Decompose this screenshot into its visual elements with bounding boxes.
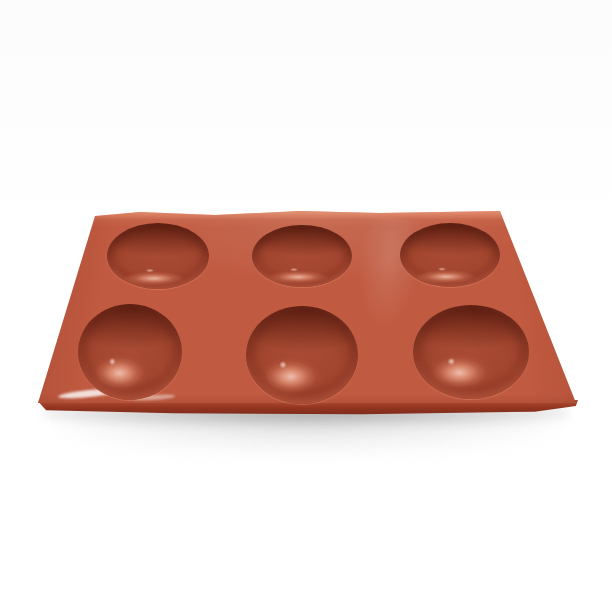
mold-cavity-r2c2: [246, 306, 358, 404]
mold-cavity-r1c3: [400, 223, 500, 287]
mold-cavity-r2c3: [413, 305, 529, 399]
mold-cavity-r1c2: [252, 225, 352, 287]
mold-cavity-r1c1: [107, 223, 209, 289]
cavity-layer: [0, 0, 612, 612]
mold-cavity-r2c1: [78, 304, 182, 400]
product-photo: [0, 0, 612, 612]
